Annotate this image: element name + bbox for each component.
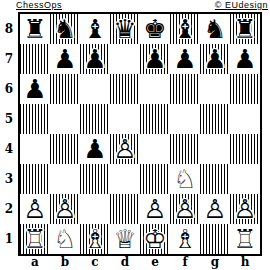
white-piece-outline: ♙	[230, 194, 260, 224]
piece-white-king[interactable]: ♚♔	[140, 224, 170, 254]
square-f2[interactable]: ♟♙	[170, 194, 200, 224]
square-d8[interactable]: ♛	[110, 14, 140, 44]
piece-black-pawn[interactable]: ♟	[80, 44, 110, 74]
piece-black-pawn[interactable]: ♟	[80, 134, 110, 164]
file-label-d: d	[110, 256, 140, 270]
black-piece-glyph: ♜	[230, 14, 260, 44]
square-a6[interactable]: ♟	[20, 74, 50, 104]
file-label-e: e	[140, 256, 170, 270]
piece-black-pawn[interactable]: ♟	[20, 74, 50, 104]
black-piece-glyph: ♝	[170, 14, 200, 44]
black-piece-glyph: ♞	[200, 14, 230, 44]
file-label-g: g	[200, 256, 230, 270]
rank-label-5: 5	[0, 104, 18, 134]
square-h5[interactable]	[230, 104, 260, 134]
square-g4[interactable]	[200, 134, 230, 164]
square-e2[interactable]: ♟♙	[140, 194, 170, 224]
file-label-h: h	[230, 256, 260, 270]
piece-black-knight[interactable]: ♞	[50, 14, 80, 44]
black-piece-glyph: ♟	[80, 44, 110, 74]
square-b5[interactable]	[50, 104, 80, 134]
black-piece-glyph: ♟	[80, 134, 110, 164]
square-f6[interactable]	[170, 74, 200, 104]
white-piece-outline: ♙	[20, 194, 50, 224]
square-c1[interactable]: ♝♗	[80, 224, 110, 254]
piece-white-pawn[interactable]: ♟♙	[170, 194, 200, 224]
rank-label-1: 1	[0, 224, 18, 254]
square-c7[interactable]: ♟	[80, 44, 110, 74]
square-c8[interactable]: ♝	[80, 14, 110, 44]
rank-label-7: 7	[0, 44, 18, 74]
piece-white-pawn[interactable]: ♟♙	[200, 194, 230, 224]
rank-label-4: 4	[0, 134, 18, 164]
black-piece-glyph: ♟	[140, 44, 170, 74]
black-piece-glyph: ♟	[50, 44, 80, 74]
square-d1[interactable]: ♛♕	[110, 224, 140, 254]
square-g6[interactable]	[200, 74, 230, 104]
square-c3[interactable]	[80, 164, 110, 194]
square-c5[interactable]	[80, 104, 110, 134]
piece-black-knight[interactable]: ♞	[200, 14, 230, 44]
app-title: ChessOps	[16, 0, 62, 11]
chessops-window: { "game": "chess", "app": { "title": "Ch…	[0, 0, 270, 270]
file-label-a: a	[20, 256, 50, 270]
square-b6[interactable]	[50, 74, 80, 104]
piece-white-pawn[interactable]: ♟♙	[20, 194, 50, 224]
white-piece-outline: ♖	[230, 224, 260, 254]
square-b1[interactable]: ♞♘	[50, 224, 80, 254]
rank-labels: 8 7 6 5 4 3 2 1	[0, 14, 18, 254]
square-e1[interactable]: ♚♔	[140, 224, 170, 254]
square-a5[interactable]	[20, 104, 50, 134]
square-f3[interactable]: ♞♘	[170, 164, 200, 194]
square-b8[interactable]: ♞	[50, 14, 80, 44]
file-labels: a b c d e f g h	[20, 256, 260, 270]
white-piece-outline: ♘	[50, 224, 80, 254]
square-h2[interactable]: ♟♙	[230, 194, 260, 224]
piece-white-knight[interactable]: ♞♘	[170, 164, 200, 194]
white-piece-outline: ♗	[170, 224, 200, 254]
piece-black-pawn[interactable]: ♟	[140, 44, 170, 74]
piece-black-pawn[interactable]: ♟	[200, 44, 230, 74]
square-h3[interactable]	[230, 164, 260, 194]
file-label-b: b	[50, 256, 80, 270]
square-g7[interactable]: ♟	[200, 44, 230, 74]
square-a3[interactable]	[20, 164, 50, 194]
white-piece-outline: ♕	[110, 224, 140, 254]
black-piece-glyph: ♟	[20, 74, 50, 104]
black-piece-glyph: ♟	[230, 44, 260, 74]
white-piece-outline: ♖	[20, 224, 50, 254]
black-piece-glyph: ♟	[170, 44, 200, 74]
square-b7[interactable]: ♟	[50, 44, 80, 74]
piece-black-rook[interactable]: ♜	[20, 14, 50, 44]
square-g5[interactable]	[200, 104, 230, 134]
piece-white-rook[interactable]: ♜♖	[20, 224, 50, 254]
black-piece-glyph: ♟	[200, 44, 230, 74]
piece-white-bishop[interactable]: ♝♗	[80, 224, 110, 254]
square-d6[interactable]	[110, 74, 140, 104]
white-piece-outline: ♙	[140, 194, 170, 224]
black-piece-glyph: ♛	[110, 14, 140, 44]
piece-white-pawn[interactable]: ♟♙	[110, 134, 140, 164]
square-f4[interactable]	[170, 134, 200, 164]
rank-label-8: 8	[0, 14, 18, 44]
piece-white-pawn[interactable]: ♟♙	[140, 194, 170, 224]
square-f1[interactable]: ♝♗	[170, 224, 200, 254]
square-f8[interactable]: ♝	[170, 14, 200, 44]
square-h6[interactable]	[230, 74, 260, 104]
piece-white-knight[interactable]: ♞♘	[50, 224, 80, 254]
piece-white-pawn[interactable]: ♟♙	[50, 194, 80, 224]
square-d4[interactable]: ♟♙	[110, 134, 140, 164]
rank-label-2: 2	[0, 194, 18, 224]
square-d3[interactable]	[110, 164, 140, 194]
square-g2[interactable]: ♟♙	[200, 194, 230, 224]
piece-black-bishop[interactable]: ♝	[80, 14, 110, 44]
piece-black-king[interactable]: ♚	[140, 14, 170, 44]
square-f5[interactable]	[170, 104, 200, 134]
white-piece-outline: ♘	[170, 164, 200, 194]
square-g3[interactable]	[200, 164, 230, 194]
copyright-credit: © EUdesign	[215, 0, 268, 11]
white-piece-outline: ♙	[170, 194, 200, 224]
square-b2[interactable]: ♟♙	[50, 194, 80, 224]
square-d2[interactable]	[110, 194, 140, 224]
white-piece-outline: ♙	[50, 194, 80, 224]
file-label-c: c	[80, 256, 110, 270]
black-piece-glyph: ♞	[50, 14, 80, 44]
black-piece-glyph: ♜	[20, 14, 50, 44]
square-f7[interactable]: ♟	[170, 44, 200, 74]
white-piece-outline: ♔	[140, 224, 170, 254]
white-piece-outline: ♗	[80, 224, 110, 254]
rank-label-3: 3	[0, 164, 18, 194]
piece-black-pawn[interactable]: ♟	[170, 44, 200, 74]
piece-white-bishop[interactable]: ♝♗	[170, 224, 200, 254]
square-a2[interactable]: ♟♙	[20, 194, 50, 224]
square-h7[interactable]: ♟	[230, 44, 260, 74]
piece-white-queen[interactable]: ♛♕	[110, 224, 140, 254]
piece-black-queen[interactable]: ♛	[110, 14, 140, 44]
square-e4[interactable]	[140, 134, 170, 164]
black-piece-glyph: ♝	[80, 14, 110, 44]
piece-black-rook[interactable]: ♜	[230, 14, 260, 44]
square-a1[interactable]: ♜♖	[20, 224, 50, 254]
square-h8[interactable]: ♜	[230, 14, 260, 44]
square-c6[interactable]	[80, 74, 110, 104]
white-piece-outline: ♙	[110, 134, 140, 164]
square-a8[interactable]: ♜	[20, 14, 50, 44]
header-bar: ChessOps © EUdesign	[0, 0, 270, 12]
square-e3[interactable]	[140, 164, 170, 194]
piece-white-rook[interactable]: ♜♖	[230, 224, 260, 254]
square-c4[interactable]: ♟	[80, 134, 110, 164]
rank-label-6: 6	[0, 74, 18, 104]
piece-white-pawn[interactable]: ♟♙	[230, 194, 260, 224]
chess-board[interactable]: ♜♞♝♛♚♝♞♜♟♟♟♟♟♟♟♟♟♙♞♘♟♙♟♙♟♙♟♙♟♙♟♙♜♖♞♘♝♗♛♕…	[18, 12, 262, 256]
piece-black-bishop[interactable]: ♝	[170, 14, 200, 44]
square-d5[interactable]	[110, 104, 140, 134]
piece-black-pawn[interactable]: ♟	[50, 44, 80, 74]
square-g8[interactable]: ♞	[200, 14, 230, 44]
square-e6[interactable]	[140, 74, 170, 104]
square-b4[interactable]	[50, 134, 80, 164]
white-piece-outline: ♙	[200, 194, 230, 224]
square-d7[interactable]	[110, 44, 140, 74]
square-g1[interactable]	[200, 224, 230, 254]
square-h4[interactable]	[230, 134, 260, 164]
square-h1[interactable]: ♜♖	[230, 224, 260, 254]
square-b3[interactable]	[50, 164, 80, 194]
square-a7[interactable]	[20, 44, 50, 74]
square-e5[interactable]	[140, 104, 170, 134]
square-e7[interactable]: ♟	[140, 44, 170, 74]
square-c2[interactable]	[80, 194, 110, 224]
square-e8[interactable]: ♚	[140, 14, 170, 44]
piece-black-pawn[interactable]: ♟	[230, 44, 260, 74]
black-piece-glyph: ♚	[140, 14, 170, 44]
file-label-f: f	[170, 256, 200, 270]
square-a4[interactable]	[20, 134, 50, 164]
